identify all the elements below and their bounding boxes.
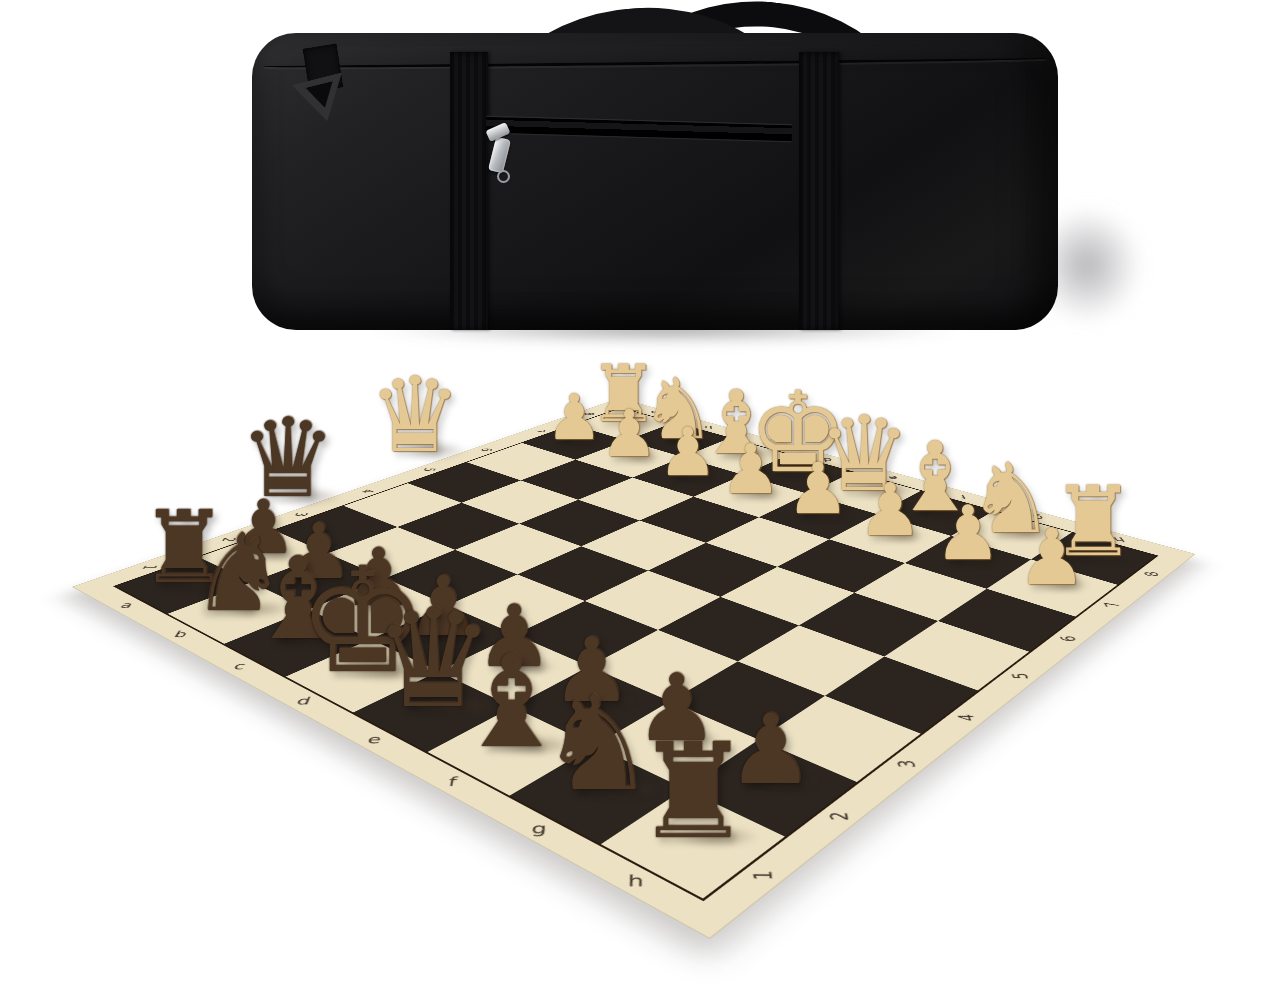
coord-label-file-g-near: g — [521, 819, 557, 839]
piece-light-pawn-g7: ♟ — [934, 496, 1001, 571]
piece-light-pawn-e7: ♟ — [786, 455, 849, 525]
coord-label-file-h-near: h — [618, 870, 654, 892]
coord-label-rank-3-right: 3 — [889, 755, 925, 772]
coord-label-rank-5-right: 5 — [1003, 669, 1037, 683]
bag-body — [252, 33, 1058, 330]
piece-light-pawn-a7: ♟ — [546, 387, 602, 450]
coord-label-rank-7-right: 7 — [1096, 599, 1129, 610]
piece-light-pawn-c7: ♟ — [658, 419, 718, 485]
coord-label-rank-8-right: 8 — [1136, 569, 1168, 579]
bag-webbing-strap-left — [450, 52, 488, 330]
piece-light-pawn-d7: ♟ — [720, 436, 781, 504]
coord-label-rank-6-right: 6 — [1052, 632, 1085, 644]
piece-light-pawn-b7: ♟ — [600, 402, 658, 467]
coord-label-rank-2-right: 2 — [821, 807, 858, 826]
piece-light-queen-spare: ♛ — [368, 363, 461, 467]
piece-dark-rook-h1: ♜ — [634, 726, 752, 858]
coord-label-rank-6-left: 6 — [476, 446, 498, 453]
zipper-ring-icon — [497, 170, 510, 183]
coord-label-rank-4-right: 4 — [949, 710, 984, 725]
coord-label-rank-4-left: 4 — [355, 487, 380, 495]
piece-light-pawn-h7: ♟ — [1017, 519, 1087, 597]
piece-light-pawn-f7: ♟ — [857, 475, 922, 548]
product-photo: aabbccddeeffgghh1122334455667788 ♜♞♝♚♛♝♞… — [0, 0, 1280, 1007]
bag-webbing-strap-right — [799, 52, 839, 330]
